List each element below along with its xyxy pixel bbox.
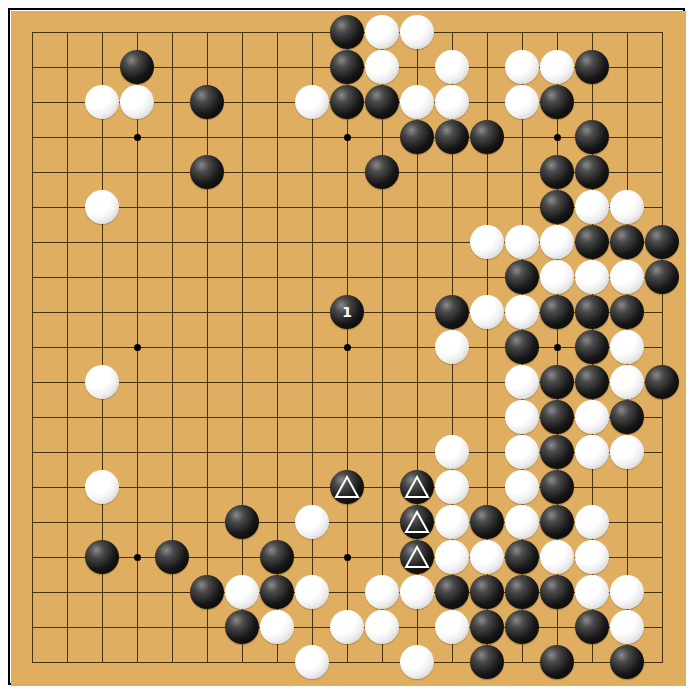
white-stone[interactable]	[365, 610, 399, 644]
black-stone[interactable]	[225, 610, 259, 644]
black-stone[interactable]	[330, 85, 364, 119]
black-stone[interactable]	[575, 120, 609, 154]
white-stone[interactable]	[435, 330, 469, 364]
white-stone[interactable]	[575, 435, 609, 469]
white-stone[interactable]	[260, 610, 294, 644]
black-stone[interactable]	[540, 85, 574, 119]
black-stone[interactable]	[540, 645, 574, 679]
white-stone[interactable]	[295, 85, 329, 119]
white-stone[interactable]	[505, 295, 539, 329]
black-stone[interactable]	[190, 85, 224, 119]
white-stone[interactable]	[120, 85, 154, 119]
white-stone[interactable]	[505, 400, 539, 434]
black-stone[interactable]	[575, 225, 609, 259]
white-stone[interactable]	[610, 575, 644, 609]
white-stone[interactable]	[610, 610, 644, 644]
black-stone[interactable]	[330, 470, 364, 504]
black-stone[interactable]	[540, 400, 574, 434]
black-stone[interactable]	[400, 505, 434, 539]
black-stone[interactable]	[190, 155, 224, 189]
white-stone[interactable]	[435, 435, 469, 469]
white-stone[interactable]	[505, 85, 539, 119]
white-stone[interactable]	[85, 365, 119, 399]
white-stone[interactable]	[295, 645, 329, 679]
black-stone[interactable]	[505, 575, 539, 609]
black-stone[interactable]	[575, 295, 609, 329]
white-stone[interactable]	[85, 470, 119, 504]
black-stone[interactable]	[330, 50, 364, 84]
white-stone[interactable]	[610, 330, 644, 364]
black-stone[interactable]	[505, 610, 539, 644]
white-stone[interactable]	[575, 575, 609, 609]
black-stone[interactable]	[505, 540, 539, 574]
white-stone[interactable]	[505, 50, 539, 84]
black-stone[interactable]	[610, 400, 644, 434]
black-stone[interactable]	[365, 155, 399, 189]
black-stone[interactable]	[540, 190, 574, 224]
white-stone[interactable]	[365, 50, 399, 84]
black-stone[interactable]	[575, 155, 609, 189]
white-stone[interactable]	[365, 575, 399, 609]
black-stone[interactable]	[610, 295, 644, 329]
black-stone[interactable]	[540, 435, 574, 469]
star-point	[134, 554, 141, 561]
white-stone[interactable]	[435, 610, 469, 644]
star-point	[134, 134, 141, 141]
white-stone[interactable]	[575, 540, 609, 574]
white-stone[interactable]	[540, 50, 574, 84]
black-stone[interactable]	[470, 575, 504, 609]
black-stone[interactable]	[260, 540, 294, 574]
white-stone[interactable]	[575, 505, 609, 539]
black-stone[interactable]	[610, 225, 644, 259]
white-stone[interactable]	[400, 15, 434, 49]
white-stone[interactable]	[435, 505, 469, 539]
white-stone[interactable]	[470, 225, 504, 259]
black-stone[interactable]	[330, 15, 364, 49]
black-stone[interactable]	[435, 575, 469, 609]
black-stone[interactable]	[575, 365, 609, 399]
white-stone[interactable]	[435, 50, 469, 84]
black-stone[interactable]	[435, 295, 469, 329]
black-stone[interactable]	[155, 540, 189, 574]
white-stone[interactable]	[85, 190, 119, 224]
black-stone[interactable]	[260, 575, 294, 609]
black-stone[interactable]	[470, 120, 504, 154]
go-board[interactable]: 1	[11, 11, 686, 686]
black-stone[interactable]	[470, 645, 504, 679]
white-stone[interactable]	[470, 540, 504, 574]
white-stone[interactable]	[540, 540, 574, 574]
black-stone[interactable]	[120, 50, 154, 84]
black-stone[interactable]	[330, 295, 364, 329]
black-stone[interactable]	[190, 575, 224, 609]
white-stone[interactable]	[505, 505, 539, 539]
white-stone[interactable]	[400, 575, 434, 609]
black-stone[interactable]	[400, 120, 434, 154]
star-point	[554, 134, 561, 141]
black-stone[interactable]	[400, 540, 434, 574]
white-stone[interactable]	[435, 470, 469, 504]
white-stone[interactable]	[540, 225, 574, 259]
white-stone[interactable]	[365, 15, 399, 49]
black-stone[interactable]	[540, 295, 574, 329]
black-stone[interactable]	[540, 155, 574, 189]
black-stone[interactable]	[645, 225, 679, 259]
black-stone[interactable]	[575, 330, 609, 364]
white-stone[interactable]	[575, 260, 609, 294]
black-stone[interactable]	[400, 470, 434, 504]
white-stone[interactable]	[610, 365, 644, 399]
black-stone[interactable]	[540, 365, 574, 399]
black-stone[interactable]	[225, 505, 259, 539]
star-point	[344, 344, 351, 351]
star-point	[344, 554, 351, 561]
white-stone[interactable]	[295, 505, 329, 539]
white-stone[interactable]	[470, 295, 504, 329]
white-stone[interactable]	[295, 575, 329, 609]
white-stone[interactable]	[505, 435, 539, 469]
black-stone[interactable]	[435, 120, 469, 154]
black-stone[interactable]	[470, 505, 504, 539]
white-stone[interactable]	[400, 645, 434, 679]
black-stone[interactable]	[645, 260, 679, 294]
black-stone[interactable]	[540, 505, 574, 539]
white-stone[interactable]	[505, 365, 539, 399]
black-stone[interactable]	[645, 365, 679, 399]
white-stone[interactable]	[540, 260, 574, 294]
star-point	[554, 344, 561, 351]
black-stone[interactable]	[575, 610, 609, 644]
white-stone[interactable]	[435, 540, 469, 574]
white-stone[interactable]	[505, 225, 539, 259]
black-stone[interactable]	[365, 85, 399, 119]
white-stone[interactable]	[575, 400, 609, 434]
white-stone[interactable]	[505, 470, 539, 504]
white-stone[interactable]	[610, 190, 644, 224]
black-stone[interactable]	[470, 610, 504, 644]
white-stone[interactable]	[225, 575, 259, 609]
star-point	[344, 134, 351, 141]
white-stone[interactable]	[400, 85, 434, 119]
page: 1	[0, 0, 697, 697]
black-stone[interactable]	[540, 575, 574, 609]
white-stone[interactable]	[575, 190, 609, 224]
white-stone[interactable]	[330, 610, 364, 644]
white-stone[interactable]	[435, 85, 469, 119]
black-stone[interactable]	[85, 540, 119, 574]
white-stone[interactable]	[610, 435, 644, 469]
star-point	[134, 344, 141, 351]
black-stone[interactable]	[610, 645, 644, 679]
black-stone[interactable]	[505, 330, 539, 364]
white-stone[interactable]	[85, 85, 119, 119]
black-stone[interactable]	[540, 470, 574, 504]
black-stone[interactable]	[505, 260, 539, 294]
white-stone[interactable]	[610, 260, 644, 294]
black-stone[interactable]	[575, 50, 609, 84]
